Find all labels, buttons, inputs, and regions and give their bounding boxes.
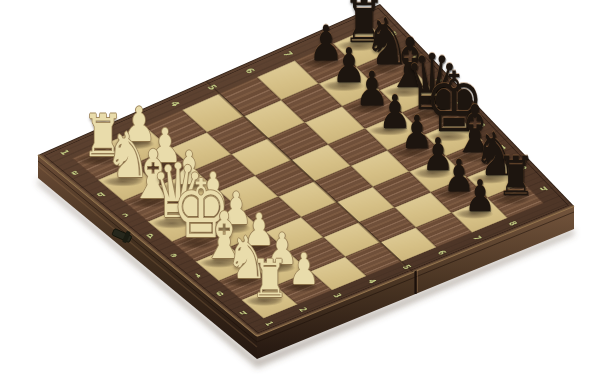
piece-black-pawn-h7[interactable]: ♟ (464, 175, 495, 219)
file-label-h-rank8-border: h (538, 185, 549, 193)
chess-set-photo: 1122334455667788aabbccddeeffgghh ♜♞♝♛♚♝♞… (0, 0, 600, 384)
rank-label-4-hfile-border: 4 (366, 278, 378, 285)
rank-label-8-hfile-border: 8 (507, 220, 519, 227)
rank-label-3-hfile-border: 3 (332, 292, 344, 298)
rank-label-6-afile-border: 6 (244, 67, 257, 75)
rank-label-5-afile-border: 5 (206, 83, 219, 91)
rank-label-1-hfile-border: 1 (263, 320, 275, 326)
rank-label-6-hfile-border: 6 (436, 249, 448, 256)
rank-label-5-hfile-border: 5 (401, 264, 413, 271)
piece-black-rook-h8[interactable]: ♜ (496, 150, 535, 204)
rank-label-7-afile-border: 7 (281, 50, 294, 58)
rank-label-4-afile-border: 4 (168, 100, 181, 108)
file-label-h-rank1-border: h (238, 310, 249, 317)
rank-label-7-hfile-border: 7 (471, 235, 483, 242)
rank-label-2-hfile-border: 2 (297, 306, 309, 312)
file-label-a-rank1-border: a (69, 169, 81, 177)
piece-white-pawn-h2[interactable]: ♟ (288, 248, 319, 291)
piece-white-rook-h1[interactable]: ♜ (251, 253, 289, 306)
file-label-g-rank1-border: g (215, 291, 226, 298)
rank-label-1-afile-border: 1 (58, 149, 71, 156)
